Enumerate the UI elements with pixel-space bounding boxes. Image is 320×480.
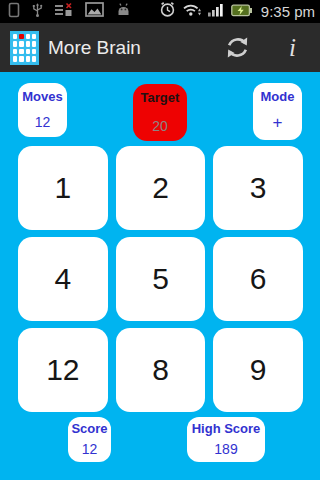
score-label: Score [71, 421, 107, 436]
wifi-icon [182, 2, 202, 21]
grid-cell-r1c1[interactable]: 5 [116, 237, 206, 321]
refresh-icon[interactable] [224, 35, 251, 60]
grid-cell-r0c2[interactable]: 3 [213, 146, 303, 230]
grid-cell-r2c1[interactable]: 8 [116, 328, 206, 412]
grid-cell-r1c2[interactable]: 6 [213, 237, 303, 321]
mode-value: + [273, 113, 283, 133]
android-icon [116, 2, 131, 21]
title-bar-actions: i [224, 35, 310, 60]
title-bar: More Brain i [0, 23, 320, 72]
score-value: 12 [82, 441, 98, 457]
target-box: Target 20 [133, 84, 187, 141]
status-left-icons [5, 2, 131, 22]
high-score-label: High Score [192, 421, 261, 436]
alarm-icon [159, 1, 176, 22]
battery-charging-icon [231, 3, 253, 21]
grid-cell-r2c0[interactable]: 12 [18, 328, 108, 412]
screen: 9:35 pm More Brain i [0, 0, 320, 480]
moves-box: Moves 12 [18, 83, 67, 137]
signal-icon [208, 2, 225, 21]
mode-label: Mode [261, 89, 295, 104]
hud: Moves 12 Target 20 Mode + [0, 72, 320, 140]
usb-icon [32, 2, 43, 22]
mode-box: Mode + [253, 83, 302, 140]
status-time: 9:35 pm [261, 3, 315, 20]
grid-cell-r1c0[interactable]: 4 [18, 237, 108, 321]
grid-cell-r0c1[interactable]: 2 [116, 146, 206, 230]
status-bar: 9:35 pm [0, 0, 320, 23]
moves-label: Moves [22, 89, 62, 104]
target-value: 20 [152, 118, 168, 134]
grid-cell-r2c2[interactable]: 9 [213, 328, 303, 412]
info-icon[interactable]: i [285, 35, 300, 60]
status-right-icons: 9:35 pm [159, 1, 315, 22]
moves-value: 12 [35, 114, 51, 130]
number-grid: 1 2 3 4 5 6 12 8 9 [0, 140, 320, 412]
target-label: Target [141, 90, 180, 105]
high-score-box: High Score 189 [187, 417, 265, 462]
gallery-icon [85, 2, 104, 21]
high-score-value: 189 [214, 441, 237, 457]
sync-error-icon [55, 2, 73, 21]
app-icon [10, 31, 39, 65]
app-title: More Brain [48, 37, 141, 59]
score-box: Score 12 [68, 417, 111, 462]
footer: Score 12 High Score 189 [0, 412, 320, 480]
grid-cell-r0c0[interactable]: 1 [18, 146, 108, 230]
device-icon [8, 2, 20, 22]
